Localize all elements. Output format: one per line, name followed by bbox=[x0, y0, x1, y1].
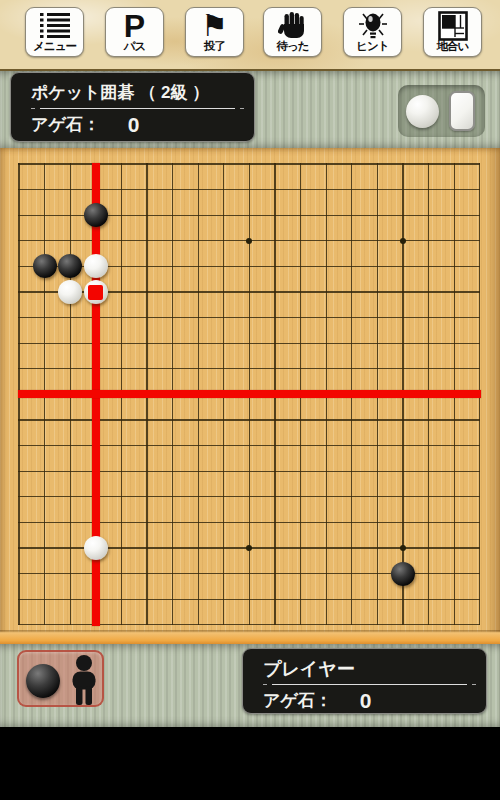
undo-button-label: 待った bbox=[264, 39, 321, 54]
territory-button[interactable]: 地合い bbox=[423, 7, 482, 57]
game-title: ポケット囲碁 （ 2級 ） bbox=[31, 78, 246, 107]
black-stone bbox=[58, 254, 82, 278]
menu-list-icon bbox=[26, 9, 83, 42]
star-point bbox=[246, 238, 252, 244]
screen-bottom-margin bbox=[0, 727, 500, 800]
bottom-info-bar: プレイヤー アゲ石： 0 bbox=[0, 644, 500, 727]
captures-label: アゲ石： bbox=[263, 689, 332, 712]
toolbar: メニュー P パス ⚑ 投了 待った bbox=[0, 0, 500, 71]
undo-button[interactable]: 待った bbox=[263, 7, 322, 57]
player-name: プレイヤー bbox=[263, 654, 478, 683]
player-status-panel: プレイヤー アゲ石： 0 bbox=[242, 648, 487, 714]
lightbulb-icon bbox=[344, 9, 401, 42]
cursor-crosshair-horizontal bbox=[18, 390, 481, 398]
hand-icon bbox=[264, 9, 321, 42]
territory-button-label: 地合い bbox=[424, 39, 481, 54]
last-move-marker bbox=[88, 285, 103, 300]
black-stone bbox=[33, 254, 57, 278]
star-point bbox=[246, 545, 252, 551]
hint-button-label: ヒント bbox=[344, 39, 401, 54]
opponent-card-icon bbox=[449, 91, 475, 131]
menu-button-label: メニュー bbox=[26, 39, 83, 54]
star-point bbox=[400, 545, 406, 551]
person-icon bbox=[67, 654, 101, 712]
grid-line-h bbox=[18, 624, 480, 625]
top-info-bar: ポケット囲碁 （ 2級 ） アゲ石： 0 bbox=[0, 71, 500, 148]
grid-line-h bbox=[18, 445, 480, 446]
captures-value: 0 bbox=[360, 689, 372, 713]
menu-button[interactable]: メニュー bbox=[25, 7, 84, 57]
white-stone bbox=[84, 254, 108, 278]
pass-button[interactable]: P パス bbox=[105, 7, 164, 57]
grid-line-h bbox=[18, 419, 480, 420]
grid-line-h bbox=[18, 496, 480, 497]
territory-icon bbox=[424, 9, 481, 42]
white-stone bbox=[58, 280, 82, 304]
hint-button[interactable]: ヒント bbox=[343, 7, 402, 57]
flag-icon: ⚑ bbox=[186, 9, 243, 42]
captures-value: 0 bbox=[128, 113, 140, 137]
resign-button-label: 投了 bbox=[186, 39, 243, 54]
star-point bbox=[400, 238, 406, 244]
grid-line-h bbox=[18, 522, 480, 523]
opponent-indicator bbox=[398, 85, 485, 137]
black-stone bbox=[84, 203, 108, 227]
captures-label: アゲ石： bbox=[31, 113, 100, 136]
go-board[interactable] bbox=[0, 148, 500, 644]
panel-divider bbox=[31, 108, 244, 109]
white-stone bbox=[84, 536, 108, 560]
black-stone bbox=[391, 562, 415, 586]
board-bottom-edge bbox=[0, 630, 500, 644]
player-turn-indicator bbox=[17, 650, 104, 707]
grid-line-h bbox=[18, 599, 480, 600]
game-status-panel: ポケット囲碁 （ 2級 ） アゲ石： 0 bbox=[10, 72, 255, 142]
resign-button[interactable]: ⚑ 投了 bbox=[185, 7, 244, 57]
app-screen: メニュー P パス ⚑ 投了 待った bbox=[0, 0, 500, 800]
pass-button-label: パス bbox=[106, 39, 163, 54]
grid-line-h bbox=[18, 471, 480, 472]
black-stone-icon bbox=[26, 664, 60, 698]
white-stone-icon bbox=[406, 95, 439, 128]
letter-p-icon: P bbox=[106, 9, 163, 42]
panel-divider bbox=[263, 684, 476, 685]
